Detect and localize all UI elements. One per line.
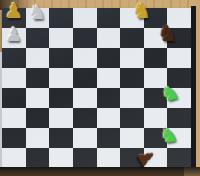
board-square-d2 [73,128,97,148]
board-square-b1 [26,148,50,168]
board-square-a4 [2,88,26,108]
board-square-b7 [26,28,50,48]
board-square-a2 [2,128,26,148]
board-square-e1 [97,148,121,168]
table-front-edge [0,167,200,176]
board-square-c2 [49,128,73,148]
chrome-pawn: ♟ [5,25,22,44]
board-square-h1 [167,148,191,168]
board-square-e8 [97,8,121,28]
board-square-f5 [120,68,144,88]
table-edge-corner-highlight [184,167,200,176]
board-square-b5 [26,68,50,88]
board-square-d8 [73,8,97,28]
board-square-f6 [120,48,144,68]
board-square-a3 [2,108,26,128]
board-square-f2 [120,128,144,148]
wood-table-right-strip [196,0,200,176]
board-square-d6 [73,48,97,68]
board-square-c7 [49,28,73,48]
board-square-b2 [26,128,50,148]
board-square-f4 [120,88,144,108]
board-square-c4 [49,88,73,108]
board-square-b4 [26,88,50,108]
board-square-b3 [26,108,50,128]
dark-wood-knight: ♞ [158,23,178,45]
board-left-edge [0,52,2,168]
chrome-knight: ♞ [28,2,46,22]
board-square-e5 [97,68,121,88]
board-square-d7 [73,28,97,48]
board-square-e4 [97,88,121,108]
board-square-h6 [167,48,191,68]
board-square-f3 [120,108,144,128]
board-square-d1 [73,148,97,168]
board-square-g6 [144,48,168,68]
board-square-c8 [49,8,73,28]
board-square-e3 [97,108,121,128]
board-square-a6 [2,48,26,68]
brass-knight: ♞ [133,1,152,22]
board-square-a1 [2,148,26,168]
board-square-e6 [97,48,121,68]
board-photo-scene: ♟♞♟♞♞♞♞♟ [0,0,200,176]
board-square-e2 [97,128,121,148]
green-plastic-knight: ♞ [159,124,180,147]
board-square-e7 [97,28,121,48]
board-square-a5 [2,68,26,88]
board-square-f7 [120,28,144,48]
board-square-c3 [49,108,73,128]
board-square-d4 [73,88,97,108]
brass-pawn: ♟ [4,1,23,22]
board-square-c5 [49,68,73,88]
board-square-c1 [49,148,73,168]
board-square-d3 [73,108,97,128]
board-square-d5 [73,68,97,88]
board-square-c6 [49,48,73,68]
board-square-b6 [26,48,50,68]
